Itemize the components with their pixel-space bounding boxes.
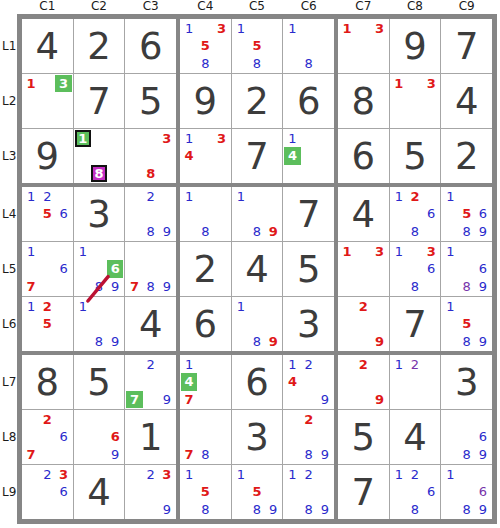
candidate-grid: 239: [126, 466, 175, 518]
cell-value: 4: [36, 28, 60, 65]
candidate-1: 1: [181, 466, 197, 483]
candidate-8: 8: [143, 223, 159, 240]
candidate-6: 6: [55, 260, 71, 277]
cell-L3C6[interactable]: 14: [283, 129, 334, 183]
candidate-grid: 14: [284, 130, 333, 182]
candidate-1: 1: [284, 356, 300, 373]
cell-L5C6[interactable]: 5: [283, 242, 334, 296]
cell-L4C5[interactable]: 189: [232, 187, 283, 241]
cell-L8C7[interactable]: 5: [338, 410, 389, 464]
box-3: 13978134652: [338, 19, 492, 183]
cell-value: 3: [87, 196, 111, 233]
cell-L8C3[interactable]: 1: [125, 410, 176, 464]
cell-L2C8[interactable]: 13: [390, 74, 441, 128]
column-label-C5: C5: [249, 0, 265, 14]
cell-L3C9[interactable]: 2: [441, 129, 492, 183]
candidate-8: 8: [407, 223, 423, 240]
cell-value: 6: [194, 306, 218, 343]
column-label-C9: C9: [459, 0, 475, 14]
column-label-C2: C2: [91, 0, 107, 14]
candidate-3: 3: [55, 75, 71, 92]
cell-L9C8[interactable]: 1268: [390, 465, 441, 519]
candidate-grid: 1689: [75, 243, 124, 295]
candidate-grid: 789: [126, 243, 175, 295]
cell-L6C8[interactable]: 7: [390, 297, 441, 351]
cell-L7C6[interactable]: 1249: [283, 355, 334, 409]
cell-value: 7: [403, 306, 427, 343]
cell-L2C7[interactable]: 8: [338, 74, 389, 128]
cell-L7C8[interactable]: 12: [390, 355, 441, 409]
cell-L7C4[interactable]: 147: [180, 355, 231, 409]
cell-L1C8[interactable]: 9: [390, 19, 441, 73]
candidate-5: 5: [459, 315, 475, 332]
cell-L2C5[interactable]: 2: [232, 74, 283, 128]
box-4: 1256328916716897891251894: [22, 187, 176, 351]
candidate-1: 1: [339, 20, 355, 37]
cell-value: 5: [87, 364, 111, 401]
candidate-7: 7: [23, 278, 39, 295]
candidate-2: 2: [355, 356, 371, 373]
cell-value: 9: [403, 28, 427, 65]
cell-L3C2[interactable]: 18: [74, 129, 125, 183]
candidate-2: 2: [407, 188, 423, 205]
cell-L9C4[interactable]: 158: [180, 465, 231, 519]
candidate-grid: 158: [233, 20, 282, 72]
candidate-2: 2: [39, 411, 55, 428]
cell-value: 2: [245, 83, 269, 120]
candidate-6: 6: [107, 260, 123, 277]
candidate-4: 4: [284, 373, 300, 390]
cell-L1C5[interactable]: 158: [232, 19, 283, 73]
cell-L3C8[interactable]: 5: [390, 129, 441, 183]
candidate-2: 2: [407, 466, 423, 483]
candidate-9: 9: [371, 391, 387, 408]
candidate-1: 1: [75, 130, 91, 147]
cell-L5C8[interactable]: 1368: [390, 242, 441, 296]
cell-L8C1[interactable]: 267: [22, 410, 73, 464]
cell-value: 3: [245, 419, 269, 456]
cell-value: 9: [36, 138, 60, 175]
candidate-1: 1: [339, 243, 355, 260]
cell-L9C7[interactable]: 7: [338, 465, 389, 519]
candidate-2: 2: [143, 466, 159, 483]
candidate-8: 8: [249, 55, 265, 72]
candidate-grid: 267: [23, 411, 72, 463]
candidate-2: 2: [301, 356, 317, 373]
cell-L8C2[interactable]: 69: [74, 410, 125, 464]
candidate-grid: 13: [391, 75, 440, 127]
candidate-5: 5: [39, 315, 55, 332]
cell-value: 3: [297, 306, 321, 343]
box-8: 1476124978328915815891289: [180, 355, 334, 519]
candidate-1: 1: [23, 243, 39, 260]
cell-L9C6[interactable]: 1289: [283, 465, 334, 519]
candidate-grid: 15689: [442, 188, 491, 240]
candidate-9: 9: [317, 391, 333, 408]
candidate-1: 1: [233, 298, 249, 315]
candidate-9: 9: [159, 501, 175, 518]
candidate-grid: 1268: [391, 188, 440, 240]
candidate-5: 5: [39, 205, 55, 222]
candidate-6: 6: [475, 483, 491, 500]
candidate-8: 8: [459, 223, 475, 240]
candidate-8: 8: [301, 55, 317, 72]
candidate-8: 8: [459, 446, 475, 463]
candidate-2: 2: [355, 298, 371, 315]
cell-L6C5[interactable]: 189: [232, 297, 283, 351]
column-label-C8: C8: [407, 0, 423, 14]
candidate-1: 1: [75, 298, 91, 315]
cell-value: 4: [455, 83, 479, 120]
candidate-6: 6: [423, 483, 439, 500]
cell-value: 8: [36, 364, 60, 401]
candidate-8: 8: [143, 165, 159, 182]
candidate-2: 2: [301, 466, 317, 483]
candidate-grid: 236: [23, 466, 72, 518]
candidate-6: 6: [423, 205, 439, 222]
cell-L1C4[interactable]: 1358: [180, 19, 231, 73]
row-label-L6: L6: [2, 317, 17, 331]
candidate-1: 1: [442, 298, 458, 315]
cell-L7C1[interactable]: 8: [22, 355, 73, 409]
cell-L5C5[interactable]: 4: [232, 242, 283, 296]
candidate-grid: 1589: [442, 298, 491, 350]
cell-value: 6: [139, 28, 163, 65]
candidate-9: 9: [107, 278, 123, 295]
candidate-3: 3: [55, 466, 71, 483]
candidate-grid: 1249: [284, 356, 333, 408]
box-7: 852792676912364239: [22, 355, 176, 519]
cell-value: 8: [352, 83, 376, 120]
candidate-8: 8: [301, 446, 317, 463]
candidate-9: 9: [475, 446, 491, 463]
candidate-9: 9: [265, 333, 281, 350]
cell-L1C6[interactable]: 18: [283, 19, 334, 73]
cell-L8C4[interactable]: 78: [180, 410, 231, 464]
candidate-1: 1: [442, 466, 458, 483]
candidate-2: 2: [39, 298, 55, 315]
row-label-L2: L2: [2, 94, 17, 108]
row-label-L5: L5: [2, 262, 17, 276]
cell-L8C6[interactable]: 289: [283, 410, 334, 464]
candidate-5: 5: [197, 37, 213, 54]
candidate-7: 7: [23, 446, 39, 463]
candidate-grid: 12: [391, 356, 440, 408]
cell-L8C5[interactable]: 3: [232, 410, 283, 464]
cell-L3C4[interactable]: 134: [180, 129, 231, 183]
candidate-9: 9: [107, 333, 123, 350]
candidate-8: 8: [91, 165, 107, 182]
candidate-9: 9: [371, 333, 387, 350]
candidate-2: 2: [143, 356, 159, 373]
candidate-9: 9: [265, 501, 281, 518]
candidate-1: 1: [233, 20, 249, 37]
cell-value: 5: [352, 419, 376, 456]
cell-L2C9[interactable]: 4: [441, 74, 492, 128]
candidate-7: 7: [181, 391, 197, 408]
candidate-9: 9: [265, 223, 281, 240]
candidate-grid: 1256: [23, 188, 72, 240]
candidate-8: 8: [301, 501, 317, 518]
box-5: 18189724561893: [180, 187, 334, 351]
cell-L8C9[interactable]: 689: [441, 410, 492, 464]
row-label-L1: L1: [2, 39, 17, 53]
candidate-grid: 1289: [284, 466, 333, 518]
column-label-C4: C4: [197, 0, 213, 14]
cell-L8C8[interactable]: 4: [390, 410, 441, 464]
cell-L6C1[interactable]: 125: [22, 297, 73, 351]
candidate-1: 1: [181, 188, 197, 205]
cell-L6C6[interactable]: 3: [283, 297, 334, 351]
candidate-8: 8: [249, 223, 265, 240]
cell-L9C3[interactable]: 239: [125, 465, 176, 519]
cell-value: 3: [455, 364, 479, 401]
cell-L1C2[interactable]: 2: [74, 19, 125, 73]
cell-L4C1[interactable]: 1256: [22, 187, 73, 241]
candidate-grid: 1589: [233, 466, 282, 518]
cell-L4C9[interactable]: 15689: [441, 187, 492, 241]
cell-L3C3[interactable]: 38: [125, 129, 176, 183]
cell-value: 5: [139, 83, 163, 120]
cell-L6C9[interactable]: 1589: [441, 297, 492, 351]
candidate-grid: 29: [339, 298, 388, 350]
cell-L2C1[interactable]: 13: [22, 74, 73, 128]
cell-value: 4: [403, 419, 427, 456]
candidate-1: 1: [75, 243, 91, 260]
candidate-9: 9: [475, 223, 491, 240]
candidate-4: 4: [284, 147, 300, 164]
cell-value: 2: [194, 251, 218, 288]
cell-L5C9[interactable]: 1689: [441, 242, 492, 296]
candidate-6: 6: [107, 428, 123, 445]
column-label-C6: C6: [301, 0, 317, 14]
cell-value: 4: [87, 474, 111, 511]
candidate-9: 9: [107, 446, 123, 463]
candidate-2: 2: [407, 356, 423, 373]
candidate-7: 7: [126, 278, 142, 295]
cell-L5C7[interactable]: 13: [338, 242, 389, 296]
candidate-6: 6: [423, 260, 439, 277]
candidate-8: 8: [249, 333, 265, 350]
cell-L1C1[interactable]: 4: [22, 19, 73, 73]
cell-L3C1[interactable]: 9: [22, 129, 73, 183]
candidate-8: 8: [197, 55, 213, 72]
cell-L2C6[interactable]: 6: [283, 74, 334, 128]
candidate-9: 9: [317, 501, 333, 518]
cell-L4C4[interactable]: 18: [180, 187, 231, 241]
candidate-3: 3: [371, 243, 387, 260]
cell-L1C9[interactable]: 7: [441, 19, 492, 73]
candidate-grid: 279: [126, 356, 175, 408]
candidate-6: 6: [475, 205, 491, 222]
box-1: 426137591838: [22, 19, 176, 183]
cell-value: 2: [455, 138, 479, 175]
cell-value: 6: [352, 138, 376, 175]
candidate-3: 3: [423, 243, 439, 260]
candidate-grid: 78: [181, 411, 230, 463]
candidate-9: 9: [475, 501, 491, 518]
candidate-1: 1: [391, 243, 407, 260]
cell-L2C3[interactable]: 5: [125, 74, 176, 128]
candidate-2: 2: [39, 466, 55, 483]
column-label-C7: C7: [355, 0, 371, 14]
candidate-9: 9: [475, 333, 491, 350]
candidate-9: 9: [159, 223, 175, 240]
cell-L4C2[interactable]: 3: [74, 187, 125, 241]
candidate-3: 3: [159, 130, 175, 147]
cell-value: 7: [297, 196, 321, 233]
cell-value: 7: [455, 28, 479, 65]
candidate-8: 8: [197, 501, 213, 518]
cell-L5C4[interactable]: 2: [180, 242, 231, 296]
cell-L5C1[interactable]: 167: [22, 242, 73, 296]
candidate-1: 1: [391, 75, 407, 92]
box-6: 412681568913136816892971589: [338, 187, 492, 351]
candidate-8: 8: [249, 501, 265, 518]
candidate-grid: 1689: [442, 466, 491, 518]
candidate-8: 8: [91, 333, 107, 350]
candidate-9: 9: [159, 278, 175, 295]
candidate-2: 2: [301, 411, 317, 428]
candidate-grid: 189: [233, 298, 282, 350]
cell-L4C8[interactable]: 1268: [390, 187, 441, 241]
candidate-grid: 1358: [181, 20, 230, 72]
candidate-1: 1: [391, 356, 407, 373]
cell-value: 7: [245, 138, 269, 175]
cell-L7C2[interactable]: 5: [74, 355, 125, 409]
candidate-grid: 69: [75, 411, 124, 463]
cell-value: 5: [297, 251, 321, 288]
cell-L4C3[interactable]: 289: [125, 187, 176, 241]
column-label-C3: C3: [143, 0, 159, 14]
box-2: 135815818926134714: [180, 19, 334, 183]
candidate-1: 1: [391, 188, 407, 205]
cell-L3C5[interactable]: 7: [232, 129, 283, 183]
candidate-9: 9: [159, 391, 175, 408]
candidate-6: 6: [55, 483, 71, 500]
candidate-grid: 189: [75, 298, 124, 350]
candidate-2: 2: [143, 188, 159, 205]
cell-L6C7[interactable]: 29: [338, 297, 389, 351]
candidate-grid: 18: [181, 188, 230, 240]
cell-L7C5[interactable]: 6: [232, 355, 283, 409]
cell-L5C2[interactable]: 1689: [74, 242, 125, 296]
cell-L9C9[interactable]: 1689: [441, 465, 492, 519]
cell-value: 4: [139, 306, 163, 343]
row-label-L3: L3: [2, 149, 17, 163]
row-label-L7: L7: [2, 375, 17, 389]
cell-value: 4: [245, 251, 269, 288]
candidate-grid: 147: [181, 356, 230, 408]
candidate-3: 3: [213, 20, 229, 37]
candidate-grid: 1689: [442, 243, 491, 295]
candidate-grid: 1268: [391, 466, 440, 518]
cell-value: 6: [297, 83, 321, 120]
candidate-1: 1: [284, 466, 300, 483]
candidate-1: 1: [233, 466, 249, 483]
candidate-grid: 13: [339, 20, 388, 72]
cell-L6C3[interactable]: 4: [125, 297, 176, 351]
candidate-8: 8: [407, 501, 423, 518]
candidate-grid: 18: [284, 20, 333, 72]
candidate-4: 4: [181, 373, 197, 390]
cell-L9C2[interactable]: 4: [74, 465, 125, 519]
box-9: 2912354689712681689: [338, 355, 492, 519]
cell-L2C2[interactable]: 7: [74, 74, 125, 128]
cell-L6C4[interactable]: 6: [180, 297, 231, 351]
candidate-grid: 158: [181, 466, 230, 518]
cell-L7C3[interactable]: 279: [125, 355, 176, 409]
sudoku-board: 4261375918381358158189261347141397813465…: [17, 14, 497, 524]
cell-L2C4[interactable]: 9: [180, 74, 231, 128]
cell-L5C3[interactable]: 789: [125, 242, 176, 296]
candidate-grid: 689: [442, 411, 491, 463]
candidate-4: 4: [181, 147, 197, 164]
candidate-1: 1: [23, 298, 39, 315]
candidate-grid: 189: [233, 188, 282, 240]
candidate-6: 6: [475, 260, 491, 277]
cell-L1C7[interactable]: 13: [338, 19, 389, 73]
cell-L4C7[interactable]: 4: [338, 187, 389, 241]
candidate-1: 1: [442, 243, 458, 260]
candidate-grid: 29: [339, 356, 388, 408]
candidate-8: 8: [459, 278, 475, 295]
candidate-8: 8: [459, 333, 475, 350]
candidate-5: 5: [249, 37, 265, 54]
cell-L9C1[interactable]: 236: [22, 465, 73, 519]
candidate-8: 8: [197, 223, 213, 240]
cell-L7C7[interactable]: 29: [338, 355, 389, 409]
candidate-8: 8: [197, 446, 213, 463]
candidate-1: 1: [391, 466, 407, 483]
cell-value: 5: [403, 138, 427, 175]
cell-L4C6[interactable]: 7: [283, 187, 334, 241]
cell-value: 7: [87, 83, 111, 120]
candidate-7: 7: [126, 391, 142, 408]
candidate-6: 6: [55, 205, 71, 222]
candidate-1: 1: [233, 188, 249, 205]
cell-L3C7[interactable]: 6: [338, 129, 389, 183]
candidate-grid: 13: [339, 243, 388, 295]
candidate-8: 8: [407, 278, 423, 295]
candidate-grid: 18: [75, 130, 124, 182]
cell-L7C9[interactable]: 3: [441, 355, 492, 409]
candidate-1: 1: [181, 356, 197, 373]
candidate-2: 2: [39, 188, 55, 205]
candidate-grid: 38: [126, 130, 175, 182]
candidate-1: 1: [284, 130, 300, 147]
cell-value: 4: [352, 196, 376, 233]
cell-value: 7: [352, 474, 376, 511]
row-label-L8: L8: [2, 430, 17, 444]
cell-value: 2: [87, 28, 111, 65]
candidate-grid: 289: [284, 411, 333, 463]
cell-L1C3[interactable]: 6: [125, 19, 176, 73]
candidate-3: 3: [371, 20, 387, 37]
candidate-grid: 1368: [391, 243, 440, 295]
cell-L9C5[interactable]: 1589: [232, 465, 283, 519]
candidate-3: 3: [423, 75, 439, 92]
cell-value: 1: [139, 419, 163, 456]
candidate-grid: 125: [23, 298, 72, 350]
candidate-1: 1: [284, 20, 300, 37]
cell-L6C2[interactable]: 189: [74, 297, 125, 351]
column-label-C1: C1: [39, 0, 55, 14]
candidate-6: 6: [475, 428, 491, 445]
candidate-6: 6: [55, 428, 71, 445]
candidate-5: 5: [249, 483, 265, 500]
candidate-grid: 13: [23, 75, 72, 127]
